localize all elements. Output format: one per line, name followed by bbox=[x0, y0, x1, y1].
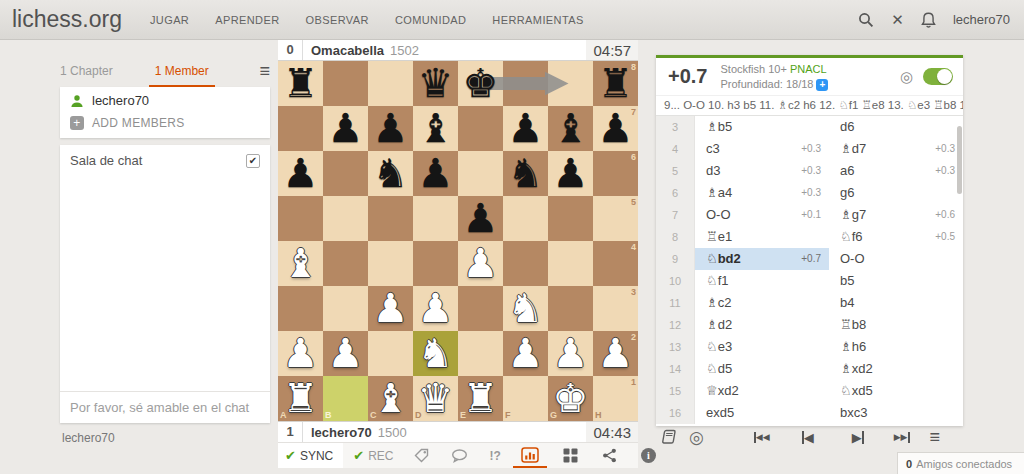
square-a7[interactable] bbox=[278, 106, 323, 151]
square-c2[interactable] bbox=[368, 331, 413, 376]
black-pawn[interactable]: ♟ bbox=[413, 151, 458, 196]
sync-toggle[interactable]: ✔ SYNC bbox=[278, 443, 343, 468]
white-pawn[interactable]: ♟ bbox=[413, 286, 458, 331]
last-move-button[interactable]: ▶▶ bbox=[894, 432, 910, 443]
black-pawn[interactable]: ♟ bbox=[323, 106, 368, 151]
black-knight[interactable]: ♞ bbox=[503, 151, 548, 196]
square-e8[interactable]: ♚ bbox=[458, 61, 503, 106]
square-d1[interactable]: ♛D bbox=[413, 376, 458, 421]
white-move[interactable]: ♘d5 bbox=[695, 358, 829, 380]
black-move[interactable]: b5 bbox=[829, 270, 963, 292]
black-move[interactable]: g6 bbox=[829, 182, 963, 204]
square-e5[interactable]: ♟ bbox=[458, 196, 503, 241]
engine-info: Stockfish 10+ PNACL Profundidad: 18/18+ bbox=[720, 62, 828, 92]
member-name: lechero70 bbox=[92, 93, 149, 108]
white-pawn[interactable]: ♟ bbox=[323, 331, 368, 376]
black-king[interactable]: ♚ bbox=[458, 61, 503, 106]
add-members-label: ADD MEMBERS bbox=[92, 116, 185, 130]
chat-panel: Sala de chat ✔ bbox=[60, 145, 270, 423]
square-g4[interactable] bbox=[548, 241, 593, 286]
move-eval: +0.5 bbox=[935, 226, 955, 248]
black-move[interactable]: ♗xd2 bbox=[829, 358, 963, 380]
player-bar-top: 0 Omacabella 1502 04:57 bbox=[278, 40, 638, 61]
square-g6[interactable]: ♟ bbox=[548, 151, 593, 196]
file-label: C bbox=[370, 410, 377, 420]
engine-depth: Profundidad: 18/18 bbox=[720, 78, 813, 90]
white-knight[interactable]: ♞ bbox=[503, 286, 548, 331]
player-rating-bottom: 1500 bbox=[378, 425, 407, 440]
square-d6[interactable]: ♟ bbox=[413, 151, 458, 196]
move-number: 10 bbox=[656, 270, 695, 292]
move-row: 3♗b5d6 bbox=[656, 116, 963, 138]
move-eval: +0.7 bbox=[801, 248, 821, 270]
black-pawn[interactable]: ♟ bbox=[548, 151, 593, 196]
move-row: 16exd5bxc3 bbox=[656, 402, 963, 424]
main-menu: JUGAR APRENDER OBSERVAR COMUNIDAD HERRAM… bbox=[150, 14, 584, 26]
menu-herramientas[interactable]: HERRAMIENTAS bbox=[492, 14, 583, 26]
black-move[interactable]: d6 bbox=[829, 116, 963, 138]
friends-box[interactable]: 0 Amigos conectados bbox=[897, 452, 1024, 474]
white-pawn[interactable]: ♟ bbox=[458, 241, 503, 286]
next-move-button[interactable]: ▶ bbox=[852, 431, 864, 444]
black-move[interactable]: O-O bbox=[829, 248, 963, 270]
move-row: 7O-O+0.1♗g7+0.6 bbox=[656, 204, 963, 226]
move-number: 9 bbox=[656, 248, 695, 270]
square-a4[interactable]: ♝ bbox=[278, 241, 323, 286]
study-tabs: 1 Chapter 1 Member ≡ bbox=[60, 60, 270, 87]
tab-chapters[interactable]: 1 Chapter bbox=[60, 60, 113, 78]
plus-icon: + bbox=[70, 116, 84, 130]
share-icon[interactable] bbox=[594, 443, 625, 468]
square-h8[interactable]: ♜8 bbox=[593, 61, 638, 106]
square-c8[interactable] bbox=[368, 61, 413, 106]
square-h3[interactable]: 3 bbox=[593, 286, 638, 331]
move-row: 4c3+0.3♗d7+0.3 bbox=[656, 138, 963, 160]
square-e2[interactable] bbox=[458, 331, 503, 376]
square-b5[interactable] bbox=[323, 196, 368, 241]
move-san: ♕xd2 bbox=[706, 380, 739, 402]
black-move[interactable]: ♗g7+0.6 bbox=[829, 204, 963, 226]
black-move[interactable]: ♘f6+0.5 bbox=[829, 226, 963, 248]
move-number: 11 bbox=[656, 292, 695, 314]
square-c1[interactable]: ♝C bbox=[368, 376, 413, 421]
move-san: ♗a4 bbox=[706, 182, 732, 204]
chat-input[interactable] bbox=[60, 391, 270, 423]
menu-jugar[interactable]: JUGAR bbox=[150, 14, 189, 26]
move-row: 13♘e3♗h6 bbox=[656, 336, 963, 358]
lichess-logo[interactable]: lichess.org bbox=[12, 6, 122, 33]
file-label: B bbox=[325, 410, 332, 420]
square-c7[interactable]: ♟ bbox=[368, 106, 413, 151]
move-san: ♗d7 bbox=[840, 138, 866, 160]
square-h4[interactable]: 4 bbox=[593, 241, 638, 286]
first-move-button[interactable]: ◀◀ bbox=[754, 432, 770, 443]
engine-name: Stockfish 10+ bbox=[720, 63, 786, 75]
member-person-icon bbox=[70, 94, 84, 108]
move-index-badge: 1 bbox=[278, 422, 303, 442]
move-number: 6 bbox=[656, 182, 695, 204]
move-number: 12 bbox=[656, 314, 695, 336]
square-g3[interactable] bbox=[548, 286, 593, 331]
move-san: a6 bbox=[840, 160, 854, 182]
annotation-icon[interactable]: !? bbox=[482, 443, 509, 468]
file-label: H bbox=[595, 410, 602, 420]
move-number: 13 bbox=[656, 336, 695, 358]
move-index-badge: 0 bbox=[278, 40, 303, 60]
move-san: g6 bbox=[840, 182, 854, 204]
move-row: 12♗d2♖b8 bbox=[656, 314, 963, 336]
board[interactable]: ♜♛♚♜8♟♟♝♟♝♟7♟♞♟♞♟6♟5♝♟4♟♟♞3♟♟♞♟♟♟2♜AB♝C♛… bbox=[278, 61, 638, 421]
white-move[interactable]: ♘bd2+0.7 bbox=[695, 248, 829, 270]
square-b6[interactable] bbox=[323, 151, 368, 196]
black-move[interactable]: b4 bbox=[829, 292, 963, 314]
analysis-menu-icon[interactable]: ≡ bbox=[930, 427, 941, 448]
engine-header: +0.7 Stockfish 10+ PNACL Profundidad: 18… bbox=[656, 55, 963, 95]
engine-tag: PNACL bbox=[790, 63, 827, 75]
square-g1[interactable]: ♚G bbox=[548, 376, 593, 421]
chat-messages bbox=[60, 174, 270, 391]
square-h7[interactable]: ♟7 bbox=[593, 106, 638, 151]
move-number: 7 bbox=[656, 204, 695, 226]
square-b3[interactable] bbox=[323, 286, 368, 331]
move-eval: +0.3 bbox=[935, 138, 955, 160]
rank-label: 3 bbox=[631, 287, 636, 297]
move-san: ♘f6 bbox=[840, 226, 863, 248]
engine-toggle[interactable] bbox=[923, 68, 953, 85]
square-f6[interactable]: ♞ bbox=[503, 151, 548, 196]
black-move[interactable]: ♗h6 bbox=[829, 336, 963, 358]
move-san: ♗c2 bbox=[706, 292, 731, 314]
move-san: d6 bbox=[840, 116, 854, 138]
white-move[interactable]: ♗a4+0.3 bbox=[695, 182, 829, 204]
square-g7[interactable]: ♝ bbox=[548, 106, 593, 151]
square-a5[interactable] bbox=[278, 196, 323, 241]
member-row[interactable]: lechero70 bbox=[60, 87, 270, 114]
rank-label: 6 bbox=[631, 152, 636, 162]
move-san: ♗h6 bbox=[840, 336, 866, 358]
move-eval: +0.3 bbox=[935, 160, 955, 182]
white-move[interactable]: ♗c2 bbox=[695, 292, 829, 314]
square-g8[interactable] bbox=[548, 61, 593, 106]
black-pawn[interactable]: ♟ bbox=[368, 106, 413, 151]
prev-move-button[interactable]: ◀ bbox=[802, 431, 814, 444]
square-b2[interactable]: ♟ bbox=[323, 331, 368, 376]
black-rook[interactable]: ♜ bbox=[278, 61, 323, 106]
square-b4[interactable] bbox=[323, 241, 368, 286]
rec-label: REC bbox=[368, 449, 393, 463]
chat-footer-user: lechero70 bbox=[62, 431, 115, 445]
square-e3[interactable] bbox=[458, 286, 503, 331]
move-list: 3♗b5d64c3+0.3♗d7+0.35d3+0.3a6+0.36♗a4+0.… bbox=[656, 116, 963, 426]
square-f3[interactable]: ♞ bbox=[503, 286, 548, 331]
square-a6[interactable]: ♟ bbox=[278, 151, 323, 196]
move-san: ♘d5 bbox=[706, 358, 732, 380]
move-row: 9♘bd2+0.7O-O bbox=[656, 248, 963, 270]
add-members-button[interactable]: + ADD MEMBERS bbox=[60, 114, 270, 138]
move-san: b4 bbox=[840, 292, 854, 314]
username[interactable]: lechero70 bbox=[953, 12, 1010, 27]
white-move[interactable]: O-O+0.1 bbox=[695, 204, 829, 226]
square-h2[interactable]: ♟2 bbox=[593, 331, 638, 376]
move-row: 11♗c2b4 bbox=[656, 292, 963, 314]
black-pawn[interactable]: ♟ bbox=[503, 106, 548, 151]
square-f7[interactable]: ♟ bbox=[503, 106, 548, 151]
book-icon[interactable] bbox=[656, 425, 678, 449]
player-name-top[interactable]: Omacabella bbox=[311, 43, 384, 58]
study-menu-icon[interactable]: ≡ bbox=[259, 60, 270, 82]
square-a8[interactable]: ♜ bbox=[278, 61, 323, 106]
square-g2[interactable]: ♟ bbox=[548, 331, 593, 376]
move-number: 3 bbox=[656, 116, 695, 138]
gamebook-icon[interactable]: ◎ bbox=[689, 427, 704, 448]
player-name-bottom[interactable]: lechero70 bbox=[311, 425, 372, 440]
move-san: bxc3 bbox=[840, 402, 867, 424]
square-f2[interactable]: ♟ bbox=[503, 331, 548, 376]
chart-icon[interactable] bbox=[513, 443, 547, 468]
file-label: A bbox=[280, 410, 287, 420]
members-card: lechero70 + ADD MEMBERS bbox=[60, 87, 270, 138]
move-san: ♗g7 bbox=[840, 204, 866, 226]
white-knight[interactable]: ♞ bbox=[413, 331, 458, 376]
white-move[interactable]: ♕xd2 bbox=[695, 380, 829, 402]
black-knight[interactable]: ♞ bbox=[368, 151, 413, 196]
clock-bottom: 04:43 bbox=[586, 422, 638, 442]
move-number: 4 bbox=[656, 138, 695, 160]
eval-score: +0.7 bbox=[668, 65, 707, 88]
square-h6[interactable]: 6 bbox=[593, 151, 638, 196]
move-san: ♘e3 bbox=[706, 336, 732, 358]
move-san: exd5 bbox=[706, 402, 734, 424]
menu-aprender[interactable]: APRENDER bbox=[215, 14, 279, 26]
check-icon: ✔ bbox=[285, 448, 296, 463]
white-pawn[interactable]: ♟ bbox=[278, 331, 323, 376]
black-move[interactable]: ♖b8 bbox=[829, 314, 963, 336]
sync-label: SYNC bbox=[300, 449, 333, 463]
rec-toggle[interactable]: ✔ REC bbox=[343, 443, 403, 468]
clock-top: 04:57 bbox=[586, 40, 638, 60]
square-d7[interactable]: ♝ bbox=[413, 106, 458, 151]
white-move[interactable]: ♗b5 bbox=[695, 116, 829, 138]
black-move[interactable]: a6+0.3 bbox=[829, 160, 963, 182]
white-move[interactable]: ♘f1 bbox=[695, 270, 829, 292]
move-row: 15♕xd2♘xd5 bbox=[656, 380, 963, 402]
square-a1[interactable]: ♜A bbox=[278, 376, 323, 421]
move-eval: +0.3 bbox=[801, 182, 821, 204]
move-row: 8♖e1♘f6+0.5 bbox=[656, 226, 963, 248]
square-c5[interactable] bbox=[368, 196, 413, 241]
engine-settings-icon[interactable]: ◎ bbox=[900, 68, 913, 86]
rank-label: 1 bbox=[631, 377, 636, 387]
move-eval: +0.3 bbox=[801, 138, 821, 160]
square-g5[interactable] bbox=[548, 196, 593, 241]
board-controls: ✔ SYNC ✔ REC !? i bbox=[278, 442, 638, 468]
move-eval: +0.6 bbox=[935, 204, 955, 226]
move-row: 14♘d5♗xd2 bbox=[656, 358, 963, 380]
rank-label: 7 bbox=[631, 107, 636, 117]
white-move[interactable]: exd5 bbox=[695, 402, 829, 424]
file-label: G bbox=[550, 410, 557, 420]
move-eval: +0.3 bbox=[801, 160, 821, 182]
square-e6[interactable] bbox=[458, 151, 503, 196]
move-row: 10♘f1b5 bbox=[656, 270, 963, 292]
friends-label: Amigos conectados bbox=[916, 458, 1012, 470]
square-f4[interactable] bbox=[503, 241, 548, 286]
black-queen[interactable]: ♛ bbox=[413, 61, 458, 106]
move-san: O-O bbox=[840, 248, 865, 270]
chat-title: Sala de chat bbox=[70, 153, 142, 168]
bell-icon[interactable] bbox=[921, 12, 936, 28]
file-label: D bbox=[415, 410, 422, 420]
friends-count: 0 bbox=[906, 458, 912, 470]
rank-label: 2 bbox=[631, 332, 636, 342]
square-c6[interactable]: ♞ bbox=[368, 151, 413, 196]
navbar: lichess.org JUGAR APRENDER OBSERVAR COMU… bbox=[0, 0, 1024, 40]
square-e1[interactable]: ♜E bbox=[458, 376, 503, 421]
square-h5[interactable]: 5 bbox=[593, 196, 638, 241]
move-san: ♘f1 bbox=[706, 270, 729, 292]
rank-label: 8 bbox=[631, 62, 636, 72]
move-san: ♖e1 bbox=[706, 226, 732, 248]
menu-observar[interactable]: OBSERVAR bbox=[306, 14, 369, 26]
close-icon[interactable]: ✕ bbox=[891, 11, 904, 29]
move-eval: +0.1 bbox=[801, 204, 821, 226]
file-label: F bbox=[505, 410, 511, 420]
white-move[interactable]: c3+0.3 bbox=[695, 138, 829, 160]
white-move[interactable]: ♖e1 bbox=[695, 226, 829, 248]
square-d8[interactable]: ♛ bbox=[413, 61, 458, 106]
move-number: 16 bbox=[656, 402, 695, 424]
move-san: ♗xd2 bbox=[840, 358, 873, 380]
move-number: 5 bbox=[656, 160, 695, 182]
white-pawn[interactable]: ♟ bbox=[368, 286, 413, 331]
grid-icon[interactable] bbox=[555, 443, 586, 468]
move-number: 15 bbox=[656, 380, 695, 402]
move-san: ♘bd2 bbox=[706, 248, 741, 270]
black-bishop[interactable]: ♝ bbox=[548, 106, 593, 151]
square-d3[interactable]: ♟ bbox=[413, 286, 458, 331]
depth-plus-icon[interactable]: + bbox=[816, 79, 828, 91]
white-pawn[interactable]: ♟ bbox=[503, 331, 548, 376]
move-san: ♗d2 bbox=[706, 314, 732, 336]
square-e4[interactable]: ♟ bbox=[458, 241, 503, 286]
square-f5[interactable] bbox=[503, 196, 548, 241]
menu-comunidad[interactable]: COMUNIDAD bbox=[395, 14, 466, 26]
check-icon: ✔ bbox=[353, 448, 364, 463]
player-rating-top: 1502 bbox=[390, 43, 419, 58]
move-number: 8 bbox=[656, 226, 695, 248]
white-move[interactable]: ♘e3 bbox=[695, 336, 829, 358]
black-move[interactable]: ♗d7+0.3 bbox=[829, 138, 963, 160]
move-list-scrollbar[interactable] bbox=[957, 126, 962, 194]
square-b8[interactable] bbox=[323, 61, 368, 106]
square-f1[interactable]: F bbox=[503, 376, 548, 421]
chat-bubble-icon[interactable] bbox=[443, 443, 476, 468]
black-move[interactable]: ♘xd5 bbox=[829, 380, 963, 402]
square-e7[interactable] bbox=[458, 106, 503, 151]
search-icon[interactable] bbox=[858, 12, 874, 28]
file-label: E bbox=[460, 410, 466, 420]
move-san: O-O bbox=[706, 204, 731, 226]
black-pawn[interactable]: ♟ bbox=[458, 196, 503, 241]
square-f8[interactable] bbox=[503, 61, 548, 106]
square-d4[interactable] bbox=[413, 241, 458, 286]
rank-label: 5 bbox=[631, 197, 636, 207]
rank-label: 4 bbox=[631, 242, 636, 252]
square-a3[interactable] bbox=[278, 286, 323, 331]
analysis-controls: ◎ ◀◀ ◀ ▶ ▶▶ ≡ bbox=[656, 425, 963, 449]
black-bishop[interactable]: ♝ bbox=[413, 106, 458, 151]
black-move[interactable]: bxc3 bbox=[829, 402, 963, 424]
chat-toggle-checkbox[interactable]: ✔ bbox=[246, 154, 260, 168]
move-san: ♗b5 bbox=[706, 116, 732, 138]
square-b1[interactable]: B bbox=[323, 376, 368, 421]
black-pawn[interactable]: ♟ bbox=[278, 151, 323, 196]
square-b7[interactable]: ♟ bbox=[323, 106, 368, 151]
white-move[interactable]: d3+0.3 bbox=[695, 160, 829, 182]
tab-members[interactable]: 1 Member bbox=[149, 60, 215, 87]
move-san: c3 bbox=[706, 138, 720, 160]
tag-icon[interactable] bbox=[406, 443, 437, 468]
analysis-panel: +0.7 Stockfish 10+ PNACL Profundidad: 18… bbox=[656, 55, 963, 426]
move-number: 14 bbox=[656, 358, 695, 380]
square-c3[interactable]: ♟ bbox=[368, 286, 413, 331]
white-pawn[interactable]: ♟ bbox=[548, 331, 593, 376]
player-bar-bottom: 1 lechero70 1500 04:43 bbox=[278, 421, 638, 442]
square-a2[interactable]: ♟ bbox=[278, 331, 323, 376]
move-san: ♖b8 bbox=[840, 314, 866, 336]
square-c4[interactable] bbox=[368, 241, 413, 286]
move-san: d3 bbox=[706, 160, 720, 182]
move-san: ♘xd5 bbox=[840, 380, 873, 402]
square-h1[interactable]: H1 bbox=[593, 376, 638, 421]
move-row: 6♗a4+0.3g6 bbox=[656, 182, 963, 204]
white-bishop[interactable]: ♝ bbox=[278, 241, 323, 286]
square-d2[interactable]: ♞ bbox=[413, 331, 458, 376]
square-d5[interactable] bbox=[413, 196, 458, 241]
engine-pv-line[interactable]: 9... O-O 10. h3 b5 11. ♗c2 h6 12. ♘f1 ♖e… bbox=[656, 95, 963, 116]
white-move[interactable]: ♗d2 bbox=[695, 314, 829, 336]
move-san: b5 bbox=[840, 270, 854, 292]
move-row: 5d3+0.3a6+0.3 bbox=[656, 160, 963, 182]
